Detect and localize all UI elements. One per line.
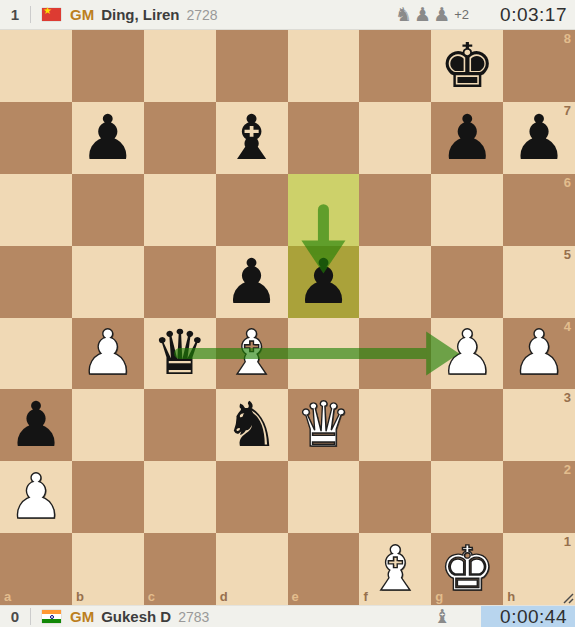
square-g5[interactable] (431, 246, 503, 318)
coord-file-f: f (363, 590, 367, 603)
square-b5[interactable] (72, 246, 144, 318)
square-d1[interactable]: d (216, 533, 288, 605)
square-c4[interactable]: ♛ (144, 318, 216, 390)
coord-file-b: b (76, 590, 84, 603)
top-player-bar: 1 ★ GM Ding, Liren 2728 ♞♟♟ +2 0:03:17 (0, 0, 575, 30)
square-d7[interactable]: ♝ (216, 102, 288, 174)
piece-white-pawn[interactable]: ♟ (439, 322, 495, 384)
square-c8[interactable] (144, 30, 216, 102)
square-h5[interactable]: 5 (503, 246, 575, 318)
coord-rank-6: 6 (564, 176, 571, 189)
square-f5[interactable] (359, 246, 431, 318)
piece-white-bishop[interactable]: ♝ (224, 322, 280, 384)
board-resize-handle[interactable] (561, 591, 574, 604)
square-e5[interactable]: ♟ (288, 246, 360, 318)
bottom-captured-material: ♝ (434, 607, 451, 626)
square-b2[interactable] (72, 461, 144, 533)
square-g2[interactable] (431, 461, 503, 533)
square-g4[interactable]: ♟ (431, 318, 503, 390)
top-player-title: GM (70, 6, 94, 23)
coord-rank-7: 7 (564, 104, 571, 117)
top-player-rating: 2728 (187, 7, 218, 23)
knight-icon: ♞ (395, 5, 412, 24)
piece-white-king[interactable]: ♚ (439, 538, 495, 600)
square-d8[interactable] (216, 30, 288, 102)
square-a4[interactable] (0, 318, 72, 390)
coord-rank-3: 3 (564, 391, 571, 404)
flag-china-icon: ★ (42, 8, 61, 21)
top-player-score: 1 (0, 6, 30, 23)
square-a1[interactable]: a (0, 533, 72, 605)
coord-file-e: e (292, 590, 299, 603)
square-e7[interactable] (288, 102, 360, 174)
square-e8[interactable] (288, 30, 360, 102)
square-c2[interactable] (144, 461, 216, 533)
square-d5[interactable]: ♟ (216, 246, 288, 318)
piece-black-knight[interactable]: ♞ (224, 394, 280, 456)
square-g6[interactable] (431, 174, 503, 246)
square-e1[interactable]: e (288, 533, 360, 605)
pawn-icon: ♟ (414, 5, 431, 24)
square-h6[interactable]: 6 (503, 174, 575, 246)
square-b8[interactable] (72, 30, 144, 102)
square-c5[interactable] (144, 246, 216, 318)
square-b6[interactable] (72, 174, 144, 246)
piece-white-queen[interactable]: ♛ (296, 394, 352, 456)
coord-rank-2: 2 (564, 463, 571, 476)
square-b3[interactable] (72, 389, 144, 461)
bottom-player-score: 0 (0, 608, 30, 625)
bottom-player-name: Gukesh D (101, 608, 171, 625)
square-h7[interactable]: ♟7 (503, 102, 575, 174)
top-player-clock: 0:03:17 (481, 0, 575, 29)
square-a7[interactable] (0, 102, 72, 174)
bishop-icon: ♝ (434, 607, 451, 626)
square-f6[interactable] (359, 174, 431, 246)
top-captured-material: ♞♟♟ (395, 5, 450, 24)
coord-rank-4: 4 (564, 320, 571, 333)
piece-black-pawn[interactable]: ♟ (296, 251, 352, 313)
bottom-player-rating: 2783 (178, 609, 209, 625)
piece-white-pawn[interactable]: ♟ (80, 322, 136, 384)
square-c7[interactable] (144, 102, 216, 174)
square-f4[interactable] (359, 318, 431, 390)
square-h4[interactable]: ♟4 (503, 318, 575, 390)
square-d2[interactable] (216, 461, 288, 533)
square-d4[interactable]: ♝ (216, 318, 288, 390)
square-c6[interactable] (144, 174, 216, 246)
square-g7[interactable]: ♟ (431, 102, 503, 174)
piece-white-pawn[interactable]: ♟ (8, 466, 64, 528)
piece-black-king[interactable]: ♚ (439, 35, 495, 97)
square-a3[interactable]: ♟ (0, 389, 72, 461)
piece-black-pawn[interactable]: ♟ (80, 107, 136, 169)
square-b7[interactable]: ♟ (72, 102, 144, 174)
pawn-icon: ♟ (433, 5, 450, 24)
square-g8[interactable]: ♚ (431, 30, 503, 102)
square-a2[interactable]: ♟ (0, 461, 72, 533)
square-d6[interactable] (216, 174, 288, 246)
square-a8[interactable] (0, 30, 72, 102)
piece-white-bishop[interactable]: ♝ (368, 538, 424, 600)
square-b4[interactable]: ♟ (72, 318, 144, 390)
square-e4[interactable] (288, 318, 360, 390)
square-e3[interactable]: ♛ (288, 389, 360, 461)
coord-rank-5: 5 (564, 248, 571, 261)
square-f8[interactable] (359, 30, 431, 102)
bottom-player-clock: 0:00:44 (481, 606, 575, 627)
coord-file-a: a (4, 590, 11, 603)
square-f3[interactable] (359, 389, 431, 461)
piece-black-pawn[interactable]: ♟ (8, 394, 64, 456)
piece-white-pawn[interactable]: ♟ (511, 322, 567, 384)
square-h8[interactable]: 8 (503, 30, 575, 102)
square-e2[interactable] (288, 461, 360, 533)
flag-india-icon (42, 610, 61, 623)
square-a6[interactable] (0, 174, 72, 246)
square-d3[interactable]: ♞ (216, 389, 288, 461)
square-c3[interactable] (144, 389, 216, 461)
top-player-name: Ding, Liren (101, 6, 179, 23)
square-f1[interactable]: ♝f (359, 533, 431, 605)
square-g1[interactable]: ♚g (431, 533, 503, 605)
square-f7[interactable] (359, 102, 431, 174)
coord-rank-1: 1 (564, 535, 571, 548)
square-b1[interactable]: b (72, 533, 144, 605)
piece-black-pawn[interactable]: ♟ (511, 107, 567, 169)
square-f2[interactable] (359, 461, 431, 533)
piece-black-bishop[interactable]: ♝ (224, 107, 280, 169)
coord-file-g: g (435, 590, 443, 603)
piece-black-pawn[interactable]: ♟ (439, 107, 495, 169)
coord-file-h: h (507, 590, 515, 603)
bottom-player-title: GM (70, 608, 94, 625)
lastmove-highlight (288, 174, 360, 246)
coord-file-d: d (220, 590, 228, 603)
chess-board: ♚8♟♝♟♟76♟♟5♟♛♝♟♟4♟♞♛3♟2abcde♝f♚gh1 (0, 30, 575, 605)
piece-black-pawn[interactable]: ♟ (224, 251, 280, 313)
bar-divider (30, 608, 31, 625)
coord-rank-8: 8 (564, 32, 571, 45)
square-a5[interactable] (0, 246, 72, 318)
square-c1[interactable]: c (144, 533, 216, 605)
square-e6[interactable] (288, 174, 360, 246)
top-material-advantage: +2 (454, 7, 469, 22)
bar-divider (30, 6, 31, 23)
coord-file-c: c (148, 590, 155, 603)
square-h2[interactable]: 2 (503, 461, 575, 533)
chess-broadcast-widget: 1 ★ GM Ding, Liren 2728 ♞♟♟ +2 0:03:17 ♚… (0, 0, 575, 627)
square-h3[interactable]: 3 (503, 389, 575, 461)
square-g3[interactable] (431, 389, 503, 461)
bottom-player-bar: 0 GM Gukesh D 2783 ♝ 0:00:44 (0, 605, 575, 627)
piece-black-queen[interactable]: ♛ (152, 322, 208, 384)
